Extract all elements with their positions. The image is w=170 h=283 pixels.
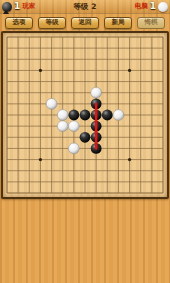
new-game-button[interactable]: 新局 xyxy=(104,17,132,29)
stone-white xyxy=(113,110,124,121)
turn-indicator-triangle xyxy=(3,10,9,14)
board[interactable] xyxy=(1,31,169,199)
player-score: 1 xyxy=(14,2,20,11)
star-point xyxy=(39,158,42,161)
level-button[interactable]: 等级 xyxy=(38,17,66,29)
computer-side-info: 电脑 1 xyxy=(135,2,168,12)
board-grid xyxy=(3,33,167,197)
stone-white xyxy=(68,121,79,132)
app-screen: 1 玩家 等级 2 电脑 1 选项 等级 返回 新局 悔棋 xyxy=(0,0,170,283)
stone-white xyxy=(68,143,79,154)
white-stone-icon xyxy=(158,2,168,12)
stone-white xyxy=(57,121,68,132)
options-button[interactable]: 选项 xyxy=(5,17,33,29)
stone-white xyxy=(57,110,68,121)
player-label: 玩家 xyxy=(22,3,35,10)
stone-black xyxy=(68,110,79,121)
stone-white xyxy=(46,98,57,109)
undo-button[interactable]: 悔棋 xyxy=(137,17,165,29)
toolbar: 选项 等级 返回 新局 悔棋 xyxy=(0,15,170,30)
star-point xyxy=(128,69,131,72)
computer-label: 电脑 xyxy=(135,3,148,10)
star-point xyxy=(39,69,42,72)
stone-black xyxy=(80,132,91,143)
stone-white xyxy=(91,87,102,98)
stone-black xyxy=(102,110,113,121)
star-point xyxy=(128,158,131,161)
level-indicator: 等级 2 xyxy=(74,3,97,11)
stone-black xyxy=(80,110,91,121)
top-status-bar: 1 玩家 等级 2 电脑 1 xyxy=(0,0,170,14)
computer-score: 1 xyxy=(150,2,156,11)
back-button[interactable]: 返回 xyxy=(71,17,99,29)
